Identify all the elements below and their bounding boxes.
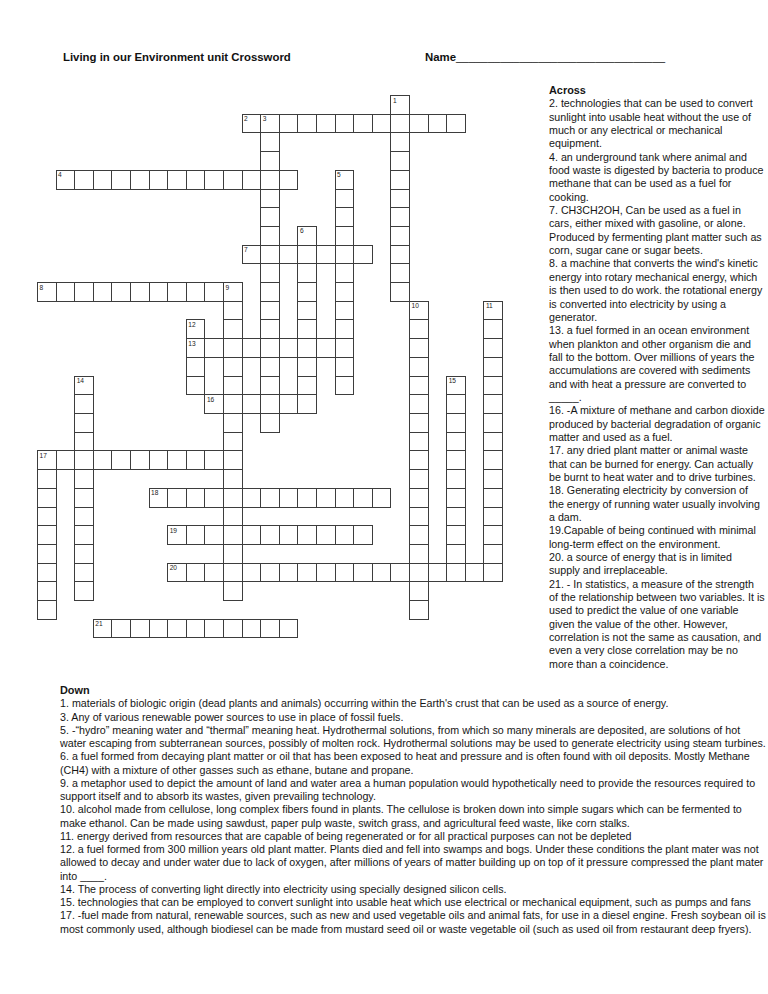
grid-cell-r8c13[interactable] <box>279 245 299 265</box>
grid-cell-r23c17[interactable] <box>353 525 373 545</box>
grid-cell-r15c22[interactable]: 15 <box>446 376 466 396</box>
grid-cell-r18c2[interactable] <box>74 432 94 452</box>
grid-cell-r21c22[interactable] <box>446 488 466 508</box>
grid-cell-r23c16[interactable] <box>335 525 355 545</box>
grid-cell-r9c14[interactable] <box>297 263 317 283</box>
grid-cell-r23c8[interactable] <box>186 525 206 545</box>
cell-number-12: 12 <box>188 321 195 328</box>
grid-cell-r11c24[interactable]: 11 <box>483 301 503 321</box>
down-clues: Down 1. materials of biologic origin (de… <box>60 684 766 936</box>
grid-cell-r3c19[interactable] <box>390 151 410 171</box>
grid-cell-r27c0[interactable] <box>37 600 57 620</box>
grid-cell-r12c10[interactable] <box>223 319 243 339</box>
grid-cell-r25c12[interactable] <box>260 563 280 583</box>
grid-cell-r24c22[interactable] <box>446 544 466 564</box>
grid-cell-r25c13[interactable] <box>279 563 299 583</box>
page-title: Living in our Environment unit Crossword <box>63 51 291 63</box>
grid-cell-r19c22[interactable] <box>446 450 466 470</box>
grid-cell-r2c19[interactable] <box>390 132 410 152</box>
grid-cell-r22c2[interactable] <box>74 507 94 527</box>
grid-cell-r15c2[interactable]: 14 <box>74 376 94 396</box>
cell-number-19: 19 <box>170 527 177 534</box>
grid-cell-r19c10[interactable] <box>223 450 243 470</box>
grid-cell-r23c2[interactable] <box>74 525 94 545</box>
grid-cell-r21c16[interactable] <box>335 488 355 508</box>
cell-number-15: 15 <box>449 377 456 384</box>
across-clues: Across 2. technologies that can be used … <box>549 84 765 671</box>
grid-cell-r1c18[interactable] <box>372 114 392 134</box>
cell-number-10: 10 <box>412 302 419 309</box>
grid-cell-r23c7[interactable]: 19 <box>167 525 187 545</box>
across-clue-17: 17. any dried plant matter or animal was… <box>549 444 765 484</box>
cell-number-21: 21 <box>95 620 102 627</box>
down-clue-15: 15. technologies that can be employed to… <box>60 896 766 909</box>
grid-cell-r13c24[interactable] <box>483 338 503 358</box>
grid-cell-r1c12[interactable]: 3 <box>260 114 280 134</box>
grid-cell-r17c20[interactable] <box>409 413 429 433</box>
grid-cell-r10c1[interactable] <box>56 282 76 302</box>
grid-cell-r17c2[interactable] <box>74 413 94 433</box>
grid-cell-r8c19[interactable] <box>390 245 410 265</box>
grid-cell-r26c10[interactable] <box>223 581 243 601</box>
grid-cell-r20c20[interactable] <box>409 469 429 489</box>
across-clue-7: 7. CH3CH2OH, Can be used as a fuel in ca… <box>549 204 765 257</box>
grid-cell-r25c20[interactable] <box>409 563 429 583</box>
grid-cell-r21c20[interactable] <box>409 488 429 508</box>
grid-cell-r13c8[interactable]: 13 <box>186 338 206 358</box>
grid-cell-r23c24[interactable] <box>483 525 503 545</box>
down-clue-5: 5. -“hydro” meaning water and “thermal” … <box>60 724 766 751</box>
grid-cell-r19c20[interactable] <box>409 450 429 470</box>
grid-cell-r16c2[interactable] <box>74 394 94 414</box>
grid-cell-r13c12[interactable] <box>260 338 280 358</box>
grid-cell-r8c14[interactable] <box>297 245 317 265</box>
grid-cell-r23c12[interactable] <box>260 525 280 545</box>
grid-cell-r23c11[interactable] <box>242 525 262 545</box>
down-clue-3: 3. Any of various renewable power source… <box>60 711 766 724</box>
grid-cell-r5c16[interactable] <box>335 189 355 209</box>
grid-cell-r27c20[interactable] <box>409 600 429 620</box>
grid-cell-r13c10[interactable] <box>223 338 243 358</box>
grid-cell-r15c10[interactable] <box>223 376 243 396</box>
down-clue-10: 10. alcohol made from cellulose, long co… <box>60 803 766 830</box>
grid-cell-r21c13[interactable] <box>279 488 299 508</box>
grid-cell-r25c0[interactable] <box>37 563 57 583</box>
grid-cell-r16c13[interactable] <box>279 394 299 414</box>
grid-cell-r22c0[interactable] <box>37 507 57 527</box>
across-clue-list: 2. technologies that can be used to conv… <box>549 97 765 671</box>
grid-cell-r10c19[interactable] <box>390 282 410 302</box>
across-clue-16: 16. -A mixture of methane and carbon dio… <box>549 404 765 444</box>
grid-cell-r9c16[interactable] <box>335 263 355 283</box>
grid-cell-r21c9[interactable] <box>204 488 224 508</box>
grid-cell-r0c19[interactable]: 1 <box>390 95 410 115</box>
cell-number-17: 17 <box>40 452 47 459</box>
grid-cell-r21c24[interactable] <box>483 488 503 508</box>
grid-cell-r18c22[interactable] <box>446 432 466 452</box>
grid-cell-r13c20[interactable] <box>409 338 429 358</box>
grid-cell-r16c24[interactable] <box>483 394 503 414</box>
grid-cell-r9c19[interactable] <box>390 263 410 283</box>
grid-cell-r12c12[interactable] <box>260 319 280 339</box>
down-clue-6: 6. a fuel formed from decaying plant mat… <box>60 750 766 777</box>
grid-cell-r28c13[interactable] <box>279 619 299 639</box>
grid-cell-r25c10[interactable] <box>223 563 243 583</box>
grid-cell-r11c20[interactable]: 10 <box>409 301 429 321</box>
grid-cell-r25c16[interactable] <box>335 563 355 583</box>
grid-cell-r4c2[interactable] <box>74 170 94 190</box>
grid-cell-r9c12[interactable] <box>260 263 280 283</box>
across-clue-13: 13. a fuel formed in an ocean environmen… <box>549 324 765 404</box>
across-clue-21: 21. - In statistics, a measure of the st… <box>549 578 765 671</box>
grid-cell-r12c14[interactable] <box>297 319 317 339</box>
grid-cell-r24c10[interactable] <box>223 544 243 564</box>
down-clue-12: 12. a fuel formed from 300 million years… <box>60 843 766 883</box>
grid-cell-r4c12[interactable] <box>260 170 280 190</box>
grid-cell-r20c2[interactable] <box>74 469 94 489</box>
grid-cell-r24c2[interactable] <box>74 544 94 564</box>
grid-cell-r25c11[interactable] <box>242 563 262 583</box>
cell-number-4: 4 <box>58 171 62 178</box>
grid-cell-r25c23[interactable] <box>465 563 485 583</box>
grid-cell-r12c16[interactable] <box>335 319 355 339</box>
grid-cell-r20c24[interactable] <box>483 469 503 489</box>
grid-cell-r20c10[interactable] <box>223 469 243 489</box>
grid-cell-r14c24[interactable] <box>483 357 503 377</box>
grid-cell-r28c6[interactable] <box>149 619 169 639</box>
down-clue-1: 1. materials of biologic origin (dead pl… <box>60 697 766 710</box>
grid-cell-r10c12[interactable] <box>260 282 280 302</box>
grid-cell-r8c12[interactable] <box>260 245 280 265</box>
cell-number-14: 14 <box>77 377 84 384</box>
grid-cell-r4c10[interactable] <box>223 170 243 190</box>
name-label: Name <box>425 51 456 63</box>
grid-cell-r17c10[interactable] <box>223 413 243 433</box>
grid-cell-r24c24[interactable] <box>483 544 503 564</box>
grid-cell-r15c8[interactable] <box>186 376 206 396</box>
grid-cell-r21c10[interactable] <box>223 488 243 508</box>
grid-cell-r23c9[interactable] <box>204 525 224 545</box>
grid-cell-r28c3[interactable]: 21 <box>93 619 113 639</box>
crossword-grid: 123456789101112131415161718192021 <box>37 95 503 639</box>
grid-cell-r23c0[interactable] <box>37 525 57 545</box>
grid-cell-r13c16[interactable] <box>335 338 355 358</box>
grid-cell-r17c22[interactable] <box>446 413 466 433</box>
grid-cell-r23c14[interactable] <box>297 525 317 545</box>
grid-cell-r17c24[interactable] <box>483 413 503 433</box>
grid-cell-r21c11[interactable] <box>242 488 262 508</box>
cell-number-20: 20 <box>170 564 177 571</box>
grid-cell-r4c16[interactable]: 5 <box>335 170 355 190</box>
cell-number-6: 6 <box>300 227 304 234</box>
grid-cell-r10c6[interactable] <box>149 282 169 302</box>
grid-cell-r25c24[interactable] <box>483 563 503 583</box>
cell-number-7: 7 <box>244 246 248 253</box>
cell-number-13: 13 <box>188 340 195 347</box>
grid-cell-r23c15[interactable] <box>316 525 336 545</box>
down-clue-list: 1. materials of biologic origin (dead pl… <box>60 697 766 936</box>
grid-cell-r6c12[interactable] <box>260 207 280 227</box>
down-clue-9: 9. a metaphor used to depict the amount … <box>60 777 766 804</box>
name-blank-line: _________________________________ <box>456 51 665 63</box>
grid-cell-r14c12[interactable] <box>260 357 280 377</box>
cell-number-3: 3 <box>263 115 267 122</box>
grid-cell-r21c2[interactable] <box>74 488 94 508</box>
grid-cell-r3c12[interactable] <box>260 151 280 171</box>
grid-cell-r21c17[interactable] <box>353 488 373 508</box>
across-heading: Across <box>549 84 765 97</box>
grid-cell-r23c20[interactable] <box>409 525 429 545</box>
grid-cell-r10c7[interactable] <box>167 282 187 302</box>
grid-cell-r10c2[interactable] <box>74 282 94 302</box>
grid-cell-r20c22[interactable] <box>446 469 466 489</box>
grid-cell-r8c17[interactable] <box>353 245 373 265</box>
grid-cell-r25c17[interactable] <box>353 563 373 583</box>
grid-cell-r13c15[interactable] <box>316 338 336 358</box>
grid-cell-r1c17[interactable] <box>353 114 373 134</box>
grid-cell-r25c15[interactable] <box>316 563 336 583</box>
grid-cell-r5c12[interactable] <box>260 189 280 209</box>
grid-cell-r11c10[interactable] <box>223 301 243 321</box>
name-field: Name_________________________________ <box>425 51 665 63</box>
grid-cell-r23c22[interactable] <box>446 525 466 545</box>
grid-cell-r16c9[interactable]: 16 <box>204 394 224 414</box>
grid-cell-r24c20[interactable] <box>409 544 429 564</box>
grid-cell-r11c16[interactable] <box>335 301 355 321</box>
grid-cell-r12c8[interactable]: 12 <box>186 319 206 339</box>
grid-cell-r25c21[interactable] <box>428 563 448 583</box>
grid-cell-r14c20[interactable] <box>409 357 429 377</box>
grid-cell-r1c22[interactable] <box>446 114 466 134</box>
grid-cell-r8c15[interactable] <box>316 245 336 265</box>
grid-cell-r4c13[interactable] <box>279 170 299 190</box>
cell-number-5: 5 <box>337 171 341 178</box>
grid-cell-r28c9[interactable] <box>204 619 224 639</box>
grid-cell-r24c0[interactable] <box>37 544 57 564</box>
grid-cell-r15c24[interactable] <box>483 376 503 396</box>
grid-cell-r25c22[interactable] <box>446 563 466 583</box>
grid-cell-r4c4[interactable] <box>111 170 131 190</box>
grid-cell-r7c14[interactable]: 6 <box>297 226 317 246</box>
grid-cell-r19c2[interactable] <box>74 450 94 470</box>
grid-cell-r19c6[interactable] <box>149 450 169 470</box>
grid-cell-r10c4[interactable] <box>111 282 131 302</box>
grid-cell-r21c14[interactable] <box>297 488 317 508</box>
grid-cell-r28c10[interactable] <box>223 619 243 639</box>
grid-cell-r28c11[interactable] <box>242 619 262 639</box>
grid-cell-r1c13[interactable] <box>279 114 299 134</box>
grid-cell-r4c8[interactable] <box>186 170 206 190</box>
grid-cell-r19c4[interactable] <box>111 450 131 470</box>
grid-cell-r12c20[interactable] <box>409 319 429 339</box>
grid-cell-r1c11[interactable]: 2 <box>242 114 262 134</box>
grid-cell-r25c7[interactable]: 20 <box>167 563 187 583</box>
grid-cell-r15c14[interactable] <box>297 376 317 396</box>
grid-cell-r10c3[interactable] <box>93 282 113 302</box>
cell-number-1: 1 <box>393 97 397 104</box>
grid-cell-r23c13[interactable] <box>279 525 299 545</box>
grid-cell-r22c20[interactable] <box>409 507 429 527</box>
grid-cell-r20c0[interactable] <box>37 469 57 489</box>
grid-cell-r28c8[interactable] <box>186 619 206 639</box>
grid-cell-r13c14[interactable] <box>297 338 317 358</box>
grid-cell-r18c10[interactable] <box>223 432 243 452</box>
grid-cell-r22c22[interactable] <box>446 507 466 527</box>
page: { "game": "crossword", "title": "Living … <box>0 0 768 994</box>
grid-cell-r21c7[interactable] <box>167 488 187 508</box>
grid-cell-r21c15[interactable] <box>316 488 336 508</box>
grid-cell-r17c12[interactable] <box>260 413 280 433</box>
grid-cell-r26c20[interactable] <box>409 581 429 601</box>
grid-cell-r25c14[interactable] <box>297 563 317 583</box>
across-clue-18: 18. Generating electricity by conversion… <box>549 484 765 524</box>
grid-cell-r11c12[interactable] <box>260 301 280 321</box>
grid-cell-r4c5[interactable] <box>130 170 150 190</box>
grid-cell-r21c18[interactable] <box>372 488 392 508</box>
cell-number-2: 2 <box>244 115 248 122</box>
grid-cell-r4c11[interactable] <box>242 170 262 190</box>
grid-cell-r14c10[interactable] <box>223 357 243 377</box>
down-clue-11: 11. energy derived from resources that a… <box>60 830 766 843</box>
grid-cell-r1c15[interactable] <box>316 114 336 134</box>
grid-cell-r13c11[interactable] <box>242 338 262 358</box>
grid-cell-r16c10[interactable] <box>223 394 243 414</box>
grid-cell-r10c14[interactable] <box>297 282 317 302</box>
across-clue-2: 2. technologies that can be used to conv… <box>549 97 765 150</box>
grid-cell-r25c2[interactable] <box>74 563 94 583</box>
grid-cell-r28c4[interactable] <box>111 619 131 639</box>
grid-cell-r1c19[interactable] <box>390 114 410 134</box>
grid-cell-r6c16[interactable] <box>335 207 355 227</box>
cell-number-11: 11 <box>486 302 493 309</box>
grid-cell-r23c10[interactable] <box>223 525 243 545</box>
cell-number-8: 8 <box>40 284 44 291</box>
grid-cell-r14c8[interactable] <box>186 357 206 377</box>
cell-number-16: 16 <box>207 396 214 403</box>
grid-cell-r19c7[interactable] <box>167 450 187 470</box>
grid-cell-r18c20[interactable] <box>409 432 429 452</box>
grid-cell-r15c20[interactable] <box>409 376 429 396</box>
grid-cell-r11c14[interactable] <box>297 301 317 321</box>
grid-cell-r6c19[interactable] <box>390 207 410 227</box>
grid-cell-r21c12[interactable] <box>260 488 280 508</box>
grid-cell-r25c9[interactable] <box>204 563 224 583</box>
grid-cell-r10c16[interactable] <box>335 282 355 302</box>
grid-cell-r4c9[interactable] <box>204 170 224 190</box>
grid-cell-r10c10[interactable]: 9 <box>223 282 243 302</box>
grid-cell-r7c19[interactable] <box>390 226 410 246</box>
across-clue-8: 8. a machine that converts the wind's ki… <box>549 257 765 324</box>
grid-cell-r25c18[interactable] <box>372 563 392 583</box>
grid-cell-r28c7[interactable] <box>167 619 187 639</box>
grid-cell-r28c5[interactable] <box>130 619 150 639</box>
grid-cell-r28c12[interactable] <box>260 619 280 639</box>
grid-cell-r10c5[interactable] <box>130 282 150 302</box>
grid-cell-r14c16[interactable] <box>335 357 355 377</box>
grid-cell-r16c12[interactable] <box>260 394 280 414</box>
grid-cell-r21c6[interactable]: 18 <box>149 488 169 508</box>
grid-cell-r19c1[interactable] <box>56 450 76 470</box>
cell-number-9: 9 <box>226 284 230 291</box>
grid-cell-r12c24[interactable] <box>483 319 503 339</box>
grid-cell-r22c24[interactable] <box>483 507 503 527</box>
grid-cell-r19c0[interactable]: 17 <box>37 450 57 470</box>
grid-cell-r15c12[interactable] <box>260 376 280 396</box>
grid-cell-r1c14[interactable] <box>297 114 317 134</box>
grid-cell-r1c16[interactable] <box>335 114 355 134</box>
grid-cell-r1c20[interactable] <box>409 114 429 134</box>
down-heading: Down <box>60 684 766 697</box>
across-clue-20: 20. a source of energy that is in limite… <box>549 551 765 578</box>
down-clue-17: 17. -fuel made from natural, renewable s… <box>60 909 766 936</box>
grid-cell-r1c21[interactable] <box>428 114 448 134</box>
grid-cell-r16c20[interactable] <box>409 394 429 414</box>
grid-cell-r14c14[interactable] <box>297 357 317 377</box>
grid-cell-r13c13[interactable] <box>279 338 299 358</box>
grid-cell-r10c0[interactable]: 8 <box>37 282 57 302</box>
grid-cell-r21c8[interactable] <box>186 488 206 508</box>
grid-cell-r19c8[interactable] <box>186 450 206 470</box>
grid-cell-r7c16[interactable] <box>335 226 355 246</box>
grid-cell-r19c9[interactable] <box>204 450 224 470</box>
grid-cell-r26c2[interactable] <box>74 581 94 601</box>
grid-cell-r13c9[interactable] <box>204 338 224 358</box>
cell-number-18: 18 <box>151 489 158 496</box>
grid-cell-r10c8[interactable] <box>186 282 206 302</box>
across-clue-4: 4. an underground tank where animal and … <box>549 151 765 204</box>
grid-cell-r4c19[interactable] <box>390 170 410 190</box>
grid-cell-r4c6[interactable] <box>149 170 169 190</box>
grid-cell-r21c0[interactable] <box>37 488 57 508</box>
grid-cell-r2c12[interactable] <box>260 132 280 152</box>
grid-cell-r19c24[interactable] <box>483 450 503 470</box>
grid-cell-r19c3[interactable] <box>93 450 113 470</box>
grid-cell-r19c5[interactable] <box>130 450 150 470</box>
grid-cell-r18c24[interactable] <box>483 432 503 452</box>
grid-cell-r8c11[interactable]: 7 <box>242 245 262 265</box>
down-clue-14: 14. The process of converting light dire… <box>60 883 766 896</box>
grid-cell-r4c1[interactable]: 4 <box>56 170 76 190</box>
grid-cell-r4c7[interactable] <box>167 170 187 190</box>
grid-cell-r25c8[interactable] <box>186 563 206 583</box>
grid-cell-r8c16[interactable] <box>335 245 355 265</box>
grid-cell-r7c12[interactable] <box>260 226 280 246</box>
grid-cell-r16c11[interactable] <box>242 394 262 414</box>
across-clue-19: 19.Capable of being continued with minim… <box>549 524 765 551</box>
grid-cell-r26c0[interactable] <box>37 581 57 601</box>
grid-cell-r16c14[interactable] <box>297 394 317 414</box>
grid-cell-r15c16[interactable] <box>335 376 355 396</box>
grid-cell-r25c19[interactable] <box>390 563 410 583</box>
grid-cell-r22c10[interactable] <box>223 507 243 527</box>
grid-cell-r4c3[interactable] <box>93 170 113 190</box>
grid-cell-r10c9[interactable] <box>204 282 224 302</box>
grid-cell-r5c19[interactable] <box>390 189 410 209</box>
grid-cell-r16c22[interactable] <box>446 394 466 414</box>
